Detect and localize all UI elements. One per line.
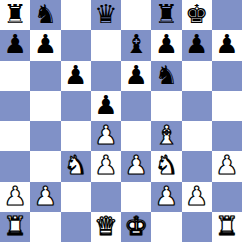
white-pawn[interactable]: ♟: [94, 152, 117, 178]
white-queen[interactable]: ♛: [94, 213, 117, 239]
black-knight[interactable]: ♞: [34, 1, 57, 27]
white-king[interactable]: ♚: [124, 213, 147, 239]
square-e8[interactable]: [121, 0, 151, 30]
white-knight[interactable]: ♞: [64, 152, 87, 178]
square-b2[interactable]: ♟: [30, 182, 60, 212]
square-d8[interactable]: ♛: [91, 0, 121, 30]
square-f6[interactable]: ♞: [151, 61, 181, 91]
white-pawn[interactable]: ♟: [185, 183, 208, 209]
square-e6[interactable]: ♟: [121, 61, 151, 91]
white-pawn[interactable]: ♟: [94, 122, 117, 148]
square-c1[interactable]: [61, 212, 91, 242]
square-b4[interactable]: [30, 121, 60, 151]
square-g8[interactable]: ♚: [182, 0, 212, 30]
square-d3[interactable]: ♟: [91, 151, 121, 181]
square-f2[interactable]: ♟: [151, 182, 181, 212]
square-e5[interactable]: [121, 91, 151, 121]
square-b7[interactable]: ♟: [30, 30, 60, 60]
square-d7[interactable]: [91, 30, 121, 60]
square-e2[interactable]: [121, 182, 151, 212]
square-b5[interactable]: [30, 91, 60, 121]
square-c7[interactable]: [61, 30, 91, 60]
square-f4[interactable]: ♝: [151, 121, 181, 151]
square-h6[interactable]: [212, 61, 242, 91]
square-g6[interactable]: [182, 61, 212, 91]
square-c8[interactable]: [61, 0, 91, 30]
square-a6[interactable]: [0, 61, 30, 91]
square-a5[interactable]: [0, 91, 30, 121]
black-rook[interactable]: ♜: [155, 1, 178, 27]
square-d4[interactable]: ♟: [91, 121, 121, 151]
white-pawn[interactable]: ♟: [124, 152, 147, 178]
square-a4[interactable]: [0, 121, 30, 151]
square-g5[interactable]: [182, 91, 212, 121]
white-pawn[interactable]: ♟: [34, 183, 57, 209]
black-king[interactable]: ♚: [185, 1, 208, 27]
square-g1[interactable]: [182, 212, 212, 242]
square-f7[interactable]: ♟: [151, 30, 181, 60]
square-a2[interactable]: ♟: [0, 182, 30, 212]
black-pawn[interactable]: ♟: [185, 31, 208, 57]
square-h4[interactable]: [212, 121, 242, 151]
square-g4[interactable]: [182, 121, 212, 151]
square-a8[interactable]: ♜: [0, 0, 30, 30]
square-c4[interactable]: [61, 121, 91, 151]
square-a1[interactable]: ♜: [0, 212, 30, 242]
square-f1[interactable]: [151, 212, 181, 242]
square-h1[interactable]: ♜: [212, 212, 242, 242]
square-h8[interactable]: [212, 0, 242, 30]
square-h2[interactable]: [212, 182, 242, 212]
square-a3[interactable]: [0, 151, 30, 181]
black-rook[interactable]: ♜: [3, 1, 26, 27]
square-g2[interactable]: ♟: [182, 182, 212, 212]
white-pawn[interactable]: ♟: [215, 152, 238, 178]
square-e1[interactable]: ♚: [121, 212, 151, 242]
black-pawn[interactable]: ♟: [215, 31, 238, 57]
square-d2[interactable]: [91, 182, 121, 212]
white-knight[interactable]: ♞: [155, 152, 178, 178]
square-d5[interactable]: ♟: [91, 91, 121, 121]
square-b3[interactable]: [30, 151, 60, 181]
white-bishop[interactable]: ♝: [155, 122, 178, 148]
square-g3[interactable]: [182, 151, 212, 181]
black-pawn[interactable]: ♟: [3, 31, 26, 57]
square-d1[interactable]: ♛: [91, 212, 121, 242]
square-a7[interactable]: ♟: [0, 30, 30, 60]
square-h5[interactable]: [212, 91, 242, 121]
black-pawn[interactable]: ♟: [34, 31, 57, 57]
black-queen[interactable]: ♛: [94, 1, 117, 27]
white-pawn[interactable]: ♟: [155, 183, 178, 209]
square-c6[interactable]: ♟: [61, 61, 91, 91]
square-d6[interactable]: [91, 61, 121, 91]
white-rook[interactable]: ♜: [215, 213, 238, 239]
square-f5[interactable]: [151, 91, 181, 121]
square-e3[interactable]: ♟: [121, 151, 151, 181]
white-pawn[interactable]: ♟: [3, 183, 26, 209]
black-pawn[interactable]: ♟: [64, 62, 87, 88]
square-c5[interactable]: [61, 91, 91, 121]
black-pawn[interactable]: ♟: [94, 92, 117, 118]
chess-board: ♜♞♛♜♚♟♟♝♟♟♟♟♟♞♟♟♝♞♟♟♞♟♟♟♟♟♜♛♚♜: [0, 0, 242, 242]
white-rook[interactable]: ♜: [3, 213, 26, 239]
black-bishop[interactable]: ♝: [124, 31, 147, 57]
square-b6[interactable]: [30, 61, 60, 91]
black-pawn[interactable]: ♟: [155, 31, 178, 57]
black-pawn[interactable]: ♟: [124, 62, 147, 88]
square-h7[interactable]: ♟: [212, 30, 242, 60]
square-c2[interactable]: [61, 182, 91, 212]
square-b1[interactable]: [30, 212, 60, 242]
square-e7[interactable]: ♝: [121, 30, 151, 60]
square-c3[interactable]: ♞: [61, 151, 91, 181]
square-h3[interactable]: ♟: [212, 151, 242, 181]
black-knight[interactable]: ♞: [155, 62, 178, 88]
square-f8[interactable]: ♜: [151, 0, 181, 30]
square-g7[interactable]: ♟: [182, 30, 212, 60]
square-b8[interactable]: ♞: [30, 0, 60, 30]
square-e4[interactable]: [121, 121, 151, 151]
square-f3[interactable]: ♞: [151, 151, 181, 181]
